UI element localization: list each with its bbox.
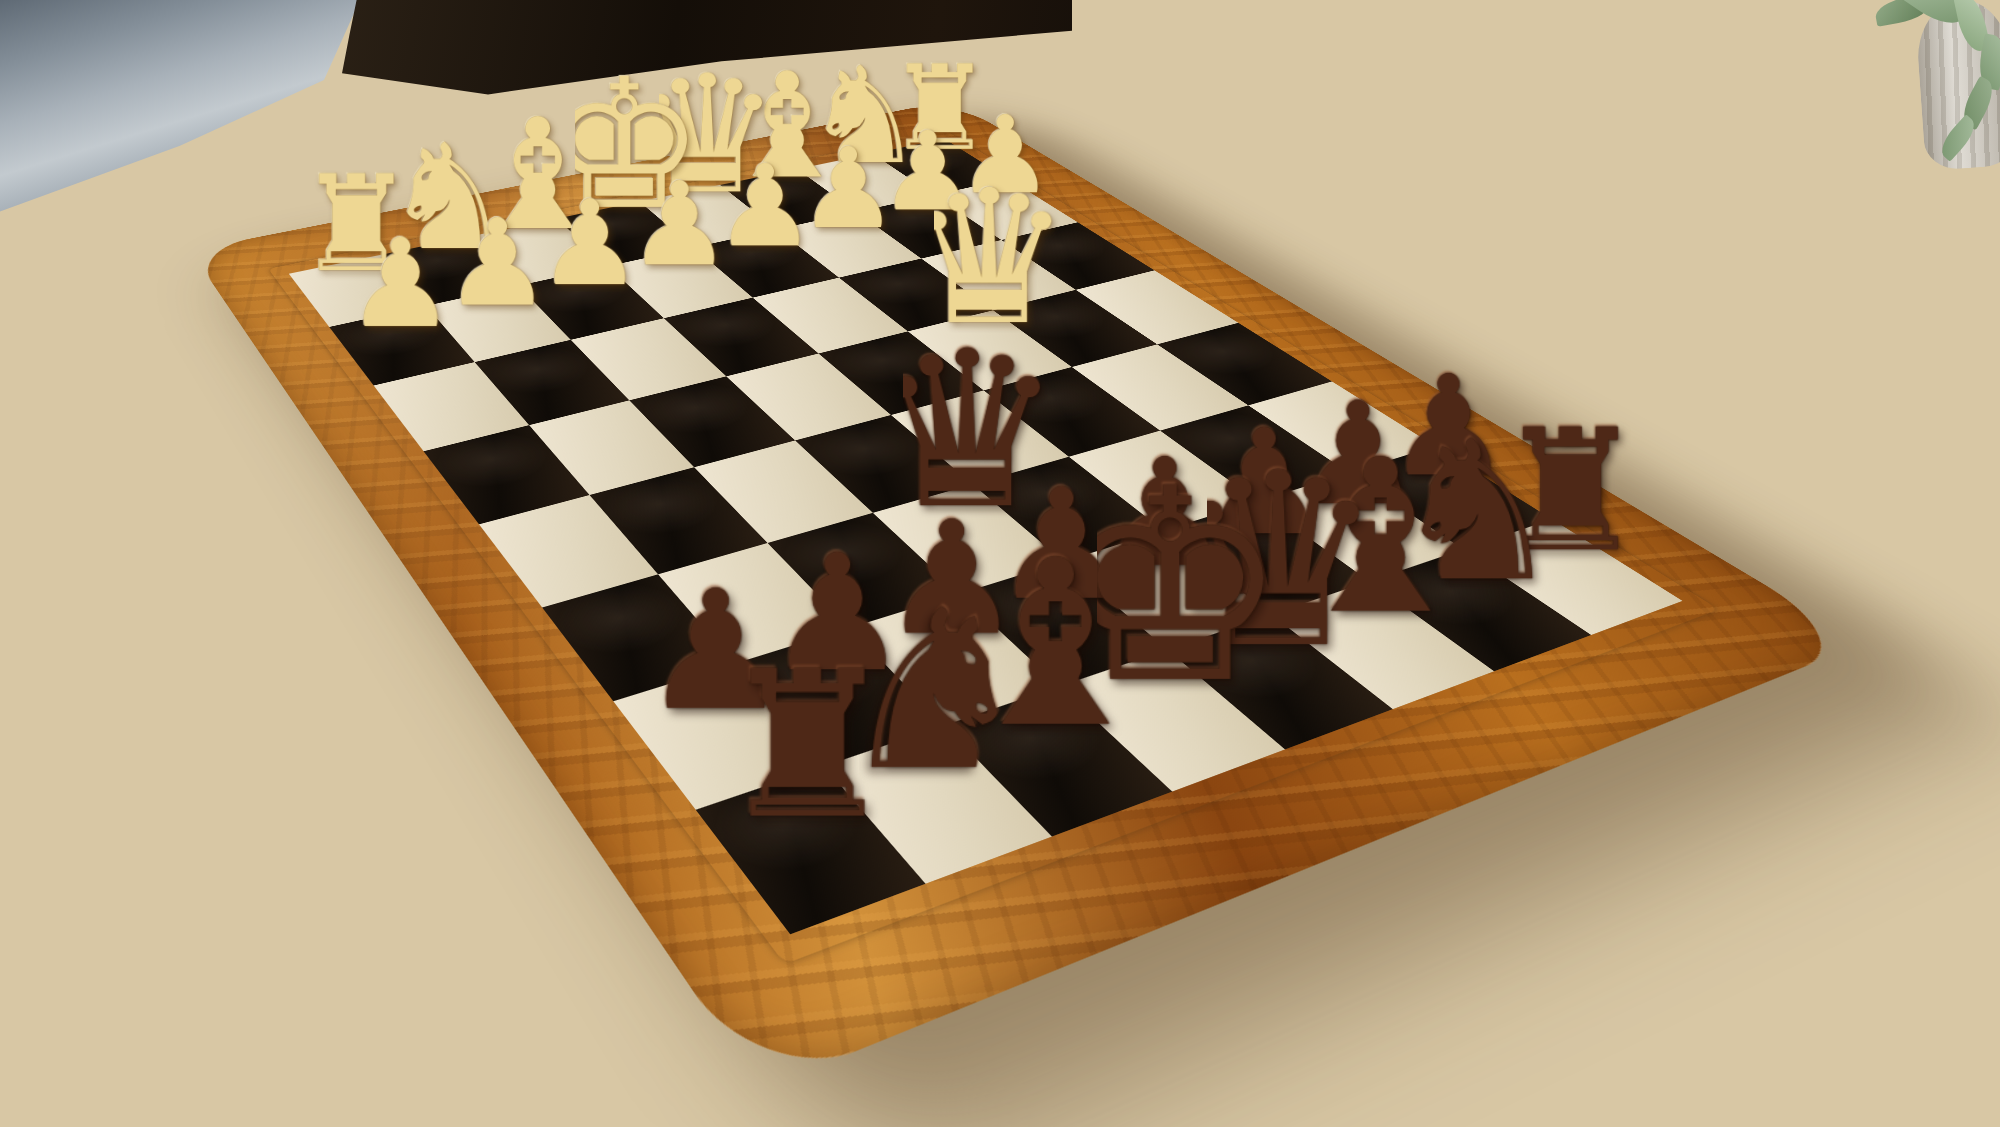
pieces-layer: ♜♞♝♛♚♝♞♜♟♟♟♟♟♟♟♟♛♛♟♟♟♟♟♟♟♟♜♞♝♛♚♝♞♜ [289,139,1683,935]
piece-black-pawn-d7: ♟ [1099,420,1231,587]
black-pawn-glyph: ♟ [882,503,1022,656]
piece-black-queen-e6: ♛ [902,294,1029,536]
piece-white-pawn-g2: ♟ [444,188,550,322]
black-pawn-glyph: ♟ [993,471,1130,621]
black-pawn-glyph: ♟ [1199,413,1329,556]
piece-black-pawn-e7: ♟ [993,450,1129,621]
piece-black-king-e8: ♚ [1097,419,1242,717]
piece-white-pawn-c2: ♟ [798,119,897,243]
piece-white-pawn-b2: ♟ [879,103,976,225]
scene: { "game": "chess", "scene": { "descripti… [0,0,2000,1127]
black-knight-glyph: ♞ [1391,418,1564,607]
black-knight-glyph: ♞ [836,585,1033,801]
chessboard: ♜♞♝♛♚♝♞♜♟♟♟♟♟♟♟♟♛♛♟♟♟♟♟♟♟♟♜♞♝♛♚♝♞♜ [190,100,1863,1090]
piece-black-bishop-f8: ♝ [981,500,1130,757]
black-pawn-glyph: ♟ [1295,385,1422,524]
piece-black-rook-h8: ♜ [729,620,887,846]
black-queen-glyph: ♛ [869,325,1063,537]
piece-white-pawn-d2: ♟ [715,136,816,263]
piece-black-pawn-g7: ♟ [766,514,909,694]
piece-black-pawn-h7: ♟ [643,548,790,733]
white-king-glyph: ♚ [544,57,705,233]
piece-white-rook-a1: ♜ [894,35,985,166]
black-pawn-glyph: ♟ [1098,441,1232,587]
black-pawn-glyph: ♟ [765,536,909,693]
piece-black-pawn-c7: ♟ [1199,392,1328,555]
black-rook-glyph: ♜ [717,648,898,846]
piece-white-queen-c4: ♛ [934,142,1043,349]
board-perspective-wrapper: ♜♞♝♛♚♝♞♜♟♟♟♟♟♟♟♟♛♛♟♟♟♟♟♟♟♟♜♞♝♛♚♝♞♜ [341,0,1441,965]
piece-black-pawn-f7: ♟ [882,481,1021,656]
black-bishop-glyph: ♝ [1285,434,1475,642]
piece-white-rook-h1: ♜ [304,141,407,289]
white-rook-glyph: ♜ [297,160,416,290]
black-bishop-glyph: ♝ [952,533,1158,758]
piece-black-knight-g8: ♞ [858,554,1011,801]
black-pawn-glyph: ♟ [642,571,790,733]
black-king-glyph: ♚ [1050,456,1289,717]
piece-black-queen-d8: ♛ [1207,410,1348,679]
potted-plant [1815,0,2000,192]
